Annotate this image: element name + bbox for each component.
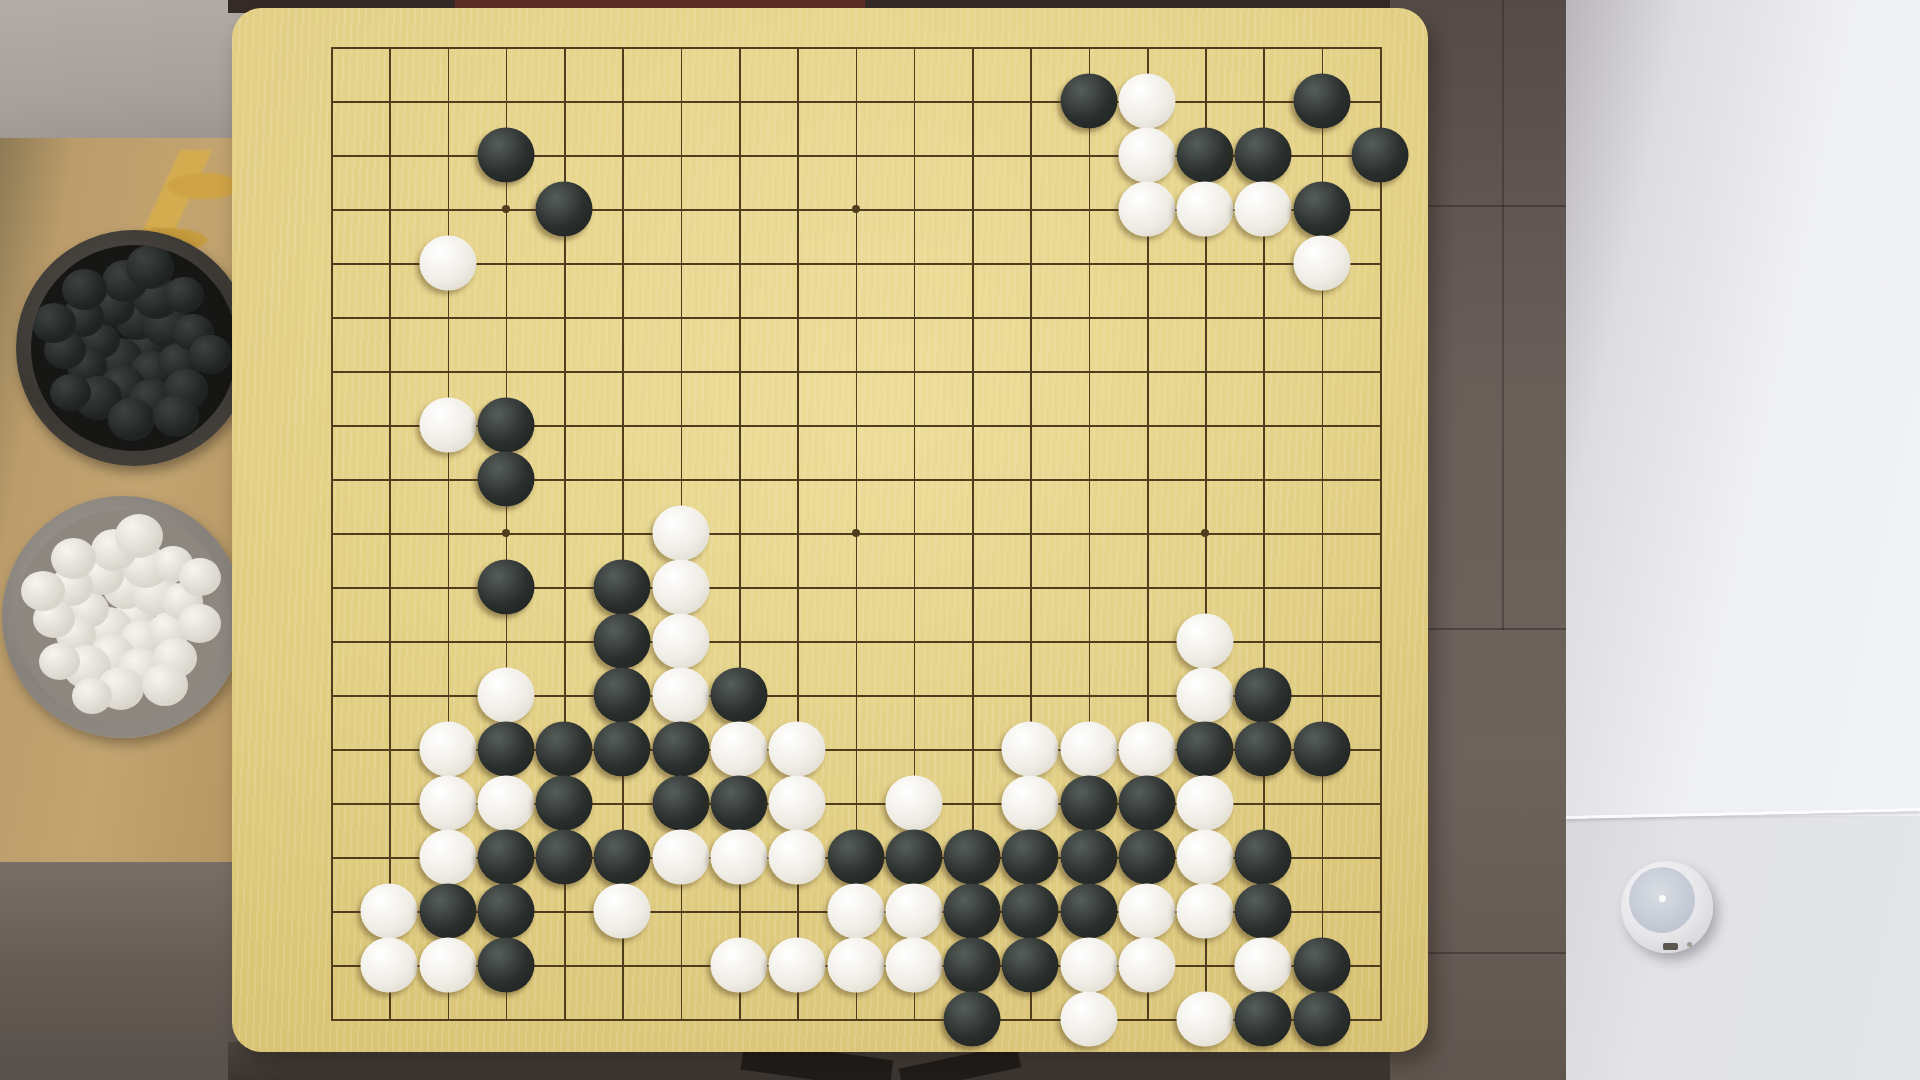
white-stone	[1177, 830, 1234, 885]
white-stone	[1235, 938, 1292, 993]
black-stone-in-bowl	[164, 277, 204, 313]
black-stone	[1177, 128, 1234, 183]
white-stone	[1060, 722, 1117, 777]
black-stone	[1293, 992, 1350, 1047]
black-stone	[1235, 992, 1292, 1047]
star-point	[502, 205, 510, 213]
white-stone	[1060, 938, 1117, 993]
white-stone	[594, 884, 651, 939]
white-stone	[652, 614, 709, 669]
black-stone	[1293, 182, 1350, 237]
black-stone	[477, 722, 534, 777]
white-stone	[1002, 722, 1059, 777]
white-stone-in-bowl	[115, 514, 163, 558]
black-stone	[536, 182, 593, 237]
white-stone	[361, 938, 418, 993]
black-stone-bowl	[16, 230, 252, 466]
plank-seam	[1502, 0, 1504, 630]
black-stone	[1060, 74, 1117, 129]
white-stone	[1118, 182, 1175, 237]
white-stone	[419, 938, 476, 993]
go-scene	[0, 0, 1920, 1080]
black-stone	[1177, 722, 1234, 777]
white-stone	[477, 776, 534, 831]
white-stone-in-bowl	[51, 538, 96, 579]
black-stone	[710, 668, 767, 723]
black-stone	[594, 614, 651, 669]
black-stone	[1118, 830, 1175, 885]
white-stone	[769, 938, 826, 993]
smart-device-port	[1663, 943, 1678, 950]
black-stone	[885, 830, 942, 885]
white-stone	[1177, 668, 1234, 723]
black-stone	[1060, 776, 1117, 831]
white-stone	[710, 722, 767, 777]
white-stone	[1177, 776, 1234, 831]
black-stone-in-bowl	[153, 395, 199, 437]
white-stone	[769, 830, 826, 885]
white-panel-lower	[1566, 816, 1920, 1080]
white-stone	[419, 236, 476, 291]
black-stone	[1235, 830, 1292, 885]
black-stone-in-bowl	[50, 374, 91, 411]
white-stone	[652, 560, 709, 615]
white-stone	[885, 938, 942, 993]
white-stone	[1177, 614, 1234, 669]
black-stone	[1293, 74, 1350, 129]
black-stone	[1002, 884, 1059, 939]
black-stone	[594, 560, 651, 615]
black-stone	[477, 128, 534, 183]
black-stone	[477, 560, 534, 615]
white-stone-in-bowl	[21, 571, 65, 611]
black-stone	[594, 830, 651, 885]
star-point	[1201, 529, 1209, 537]
black-stone-in-bowl	[62, 269, 107, 310]
black-stone	[419, 884, 476, 939]
white-stone	[1118, 722, 1175, 777]
white-stone-in-bowl	[142, 664, 188, 706]
black-stone	[1293, 938, 1350, 993]
go-board	[232, 8, 1428, 1052]
star-point	[852, 529, 860, 537]
black-stone	[1002, 938, 1059, 993]
white-stone	[652, 668, 709, 723]
white-stone	[1177, 884, 1234, 939]
white-stone	[419, 722, 476, 777]
white-stone	[361, 884, 418, 939]
white-stone	[1118, 128, 1175, 183]
white-stone	[1002, 776, 1059, 831]
floor-bottom-left	[0, 862, 252, 1080]
star-point	[502, 529, 510, 537]
black-stone-in-bowl	[126, 245, 174, 289]
black-stone	[477, 938, 534, 993]
white-stone	[1060, 992, 1117, 1047]
black-stone-in-bowl	[189, 335, 232, 374]
white-stone	[1118, 884, 1175, 939]
white-stone	[419, 398, 476, 453]
white-stone	[769, 776, 826, 831]
white-stone-bowl	[2, 496, 244, 738]
black-stone	[594, 668, 651, 723]
black-stone	[944, 830, 1001, 885]
black-stone	[1060, 830, 1117, 885]
white-stone	[477, 668, 534, 723]
black-stone	[477, 884, 534, 939]
white-stone	[885, 776, 942, 831]
white-stone-in-bowl	[179, 558, 221, 596]
black-stone	[1352, 128, 1409, 183]
black-stone	[536, 722, 593, 777]
white-stone	[710, 830, 767, 885]
black-stone	[1235, 884, 1292, 939]
black-stone	[477, 830, 534, 885]
smart-device-button-hole	[1687, 942, 1692, 947]
black-stone-bowl-contents	[31, 245, 237, 451]
black-stone-in-bowl	[32, 303, 76, 343]
black-stone	[827, 830, 884, 885]
black-stone	[1235, 128, 1292, 183]
black-stone	[1293, 722, 1350, 777]
black-stone	[652, 776, 709, 831]
white-stone-in-bowl	[39, 643, 80, 680]
black-stone	[944, 992, 1001, 1047]
white-stone-bowl-contents	[16, 510, 230, 724]
black-stone	[944, 884, 1001, 939]
white-stone	[1177, 992, 1234, 1047]
smart-device-led	[1659, 895, 1666, 902]
black-stone	[710, 776, 767, 831]
white-stone	[769, 722, 826, 777]
black-stone	[1235, 668, 1292, 723]
white-stone	[1118, 938, 1175, 993]
black-stone	[652, 722, 709, 777]
white-stone	[419, 830, 476, 885]
white-stone-in-bowl	[72, 678, 112, 714]
black-stone	[536, 830, 593, 885]
white-stone	[885, 884, 942, 939]
white-stone	[710, 938, 767, 993]
white-stone	[652, 506, 709, 561]
black-stone	[1060, 884, 1117, 939]
white-stone-in-bowl	[178, 604, 221, 643]
black-stone-in-bowl	[108, 398, 155, 441]
white-stone	[419, 776, 476, 831]
star-point	[852, 205, 860, 213]
white-stone	[1118, 74, 1175, 129]
black-stone	[594, 722, 651, 777]
black-stone	[1002, 830, 1059, 885]
black-stone	[1118, 776, 1175, 831]
smart-device	[1621, 861, 1713, 953]
black-stone	[1235, 722, 1292, 777]
white-stone	[1293, 236, 1350, 291]
white-stone	[1235, 182, 1292, 237]
black-stone	[536, 776, 593, 831]
white-stone	[827, 884, 884, 939]
white-stone	[827, 938, 884, 993]
black-stone	[477, 398, 534, 453]
white-stone	[1177, 182, 1234, 237]
black-stone	[944, 938, 1001, 993]
white-stone	[652, 830, 709, 885]
black-stone	[477, 452, 534, 507]
floor-top-left	[0, 0, 252, 150]
